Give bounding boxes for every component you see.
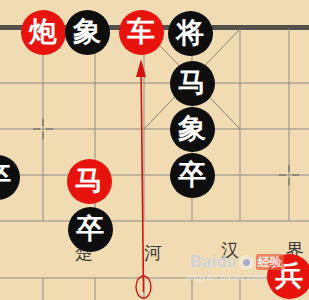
baidu-paw-icon [239, 255, 254, 270]
baidu-watermark: Baidu 经验 jingyan.baidu.com [190, 253, 284, 282]
watermark-url: jingyan.baidu.com [186, 272, 284, 282]
baidu-logo-text: Baidu [190, 253, 237, 271]
jingyan-badge: 经验 [256, 254, 284, 270]
xiangqi-board[interactable]: 楚 河 汉 界 炮象车将马象卒马卒卒兵 Baidu 经验 jingyan.bai… [0, 0, 309, 300]
